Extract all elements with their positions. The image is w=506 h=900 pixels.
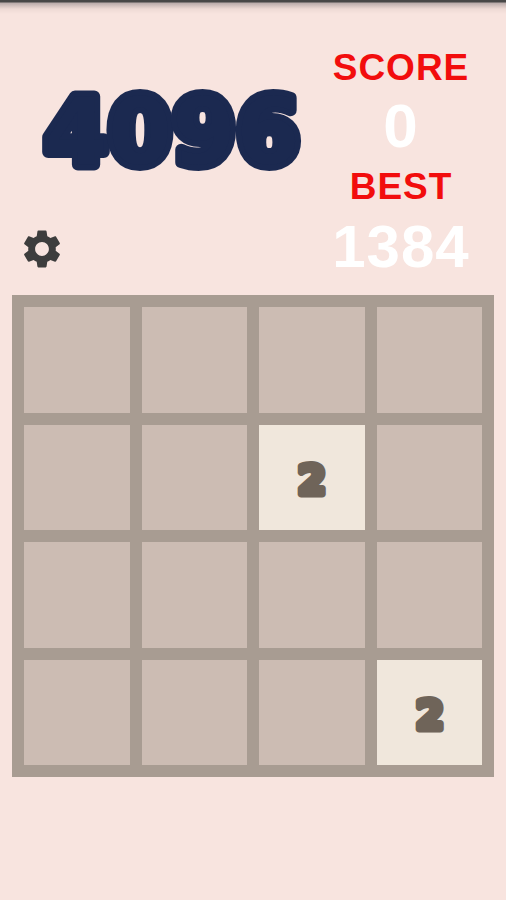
board-cell-empty [142,660,248,766]
best-value: 1384 [301,217,501,277]
settings-button[interactable] [19,226,65,272]
gear-icon [19,226,65,272]
board-cell-empty [24,660,130,766]
board-cell-empty [259,307,365,413]
tile-number: 2 [377,660,483,766]
app-title: 4096 [0,0,340,200]
board-cell-empty [142,425,248,531]
score-label: SCORE [301,49,501,86]
best-label: BEST [301,168,501,205]
svg-text:2: 2 [415,691,443,737]
board-cell-empty [24,542,130,648]
board-cell-empty [24,307,130,413]
board-cell-empty [142,542,248,648]
board-cell-empty [377,542,483,648]
board-cell-empty [24,425,130,531]
score-value: 0 [301,95,501,157]
game-board[interactable]: 22 [12,295,494,777]
tile-2: 2 [259,425,365,531]
board-cell-empty [377,307,483,413]
board-cell-empty [377,425,483,531]
tile-number: 2 [259,425,365,531]
tile-2: 2 [377,660,483,766]
board-cell-empty [259,660,365,766]
svg-text:2: 2 [298,456,326,502]
app-title-text: 4096 [44,79,300,186]
board-cell-empty [259,542,365,648]
board-cell-empty [142,307,248,413]
app-screen: 4096 SCORE 0 BEST 1384 22 [0,0,506,900]
status-bar [0,0,506,14]
